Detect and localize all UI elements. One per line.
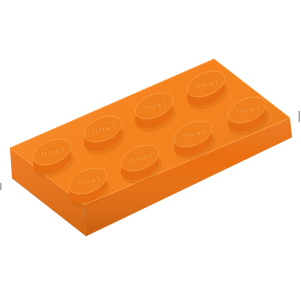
lego-plate-render: LEGO LEGO LEGO LEGO LEGO [0,0,300,300]
edge-artifact-left [0,183,2,190]
product-image: LEGO LEGO LEGO LEGO LEGO [0,0,300,300]
edge-artifact-right [299,111,301,122]
